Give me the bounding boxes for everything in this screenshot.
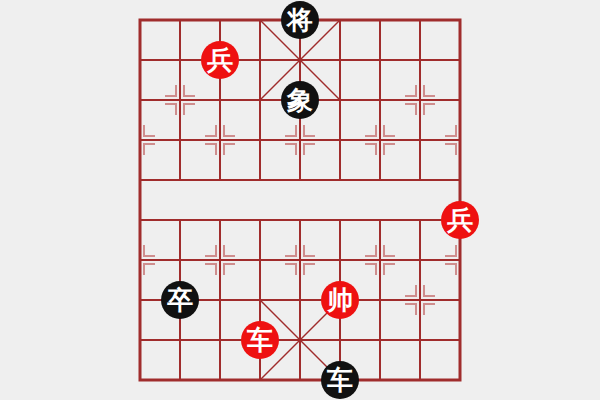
piece-black-soldier[interactable]: 卒 [161,281,199,319]
xiangqi-board: 将兵象兵卒帅车车 [0,0,600,400]
piece-black-chariot[interactable]: 车 [321,361,359,399]
piece-black-general[interactable]: 将 [281,1,319,39]
piece-red-chariot[interactable]: 车 [241,321,279,359]
piece-black-elephant[interactable]: 象 [281,81,319,119]
piece-red-soldier-2[interactable]: 兵 [441,201,479,239]
screen: 将兵象兵卒帅车车 [0,0,600,400]
piece-red-soldier-1[interactable]: 兵 [201,41,239,79]
pieces-layer: 将兵象兵卒帅车车 [120,0,480,400]
piece-red-general[interactable]: 帅 [321,281,359,319]
